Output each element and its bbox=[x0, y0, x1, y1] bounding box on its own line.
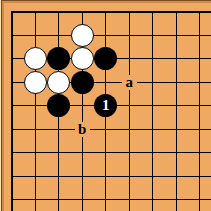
annotation-b: b bbox=[75, 122, 90, 137]
intersection-c6r1 bbox=[118, 0, 142, 24]
intersection-c2r3 bbox=[24, 47, 48, 71]
intersection-c8r7 bbox=[165, 141, 189, 165]
black-stone bbox=[94, 47, 117, 70]
intersection-c5r1 bbox=[94, 0, 118, 24]
intersection-c9r9 bbox=[188, 188, 211, 211]
intersection-c5r2 bbox=[94, 24, 118, 48]
black-stone bbox=[47, 47, 70, 70]
intersection-c3r2 bbox=[47, 24, 71, 48]
intersection-c6r6 bbox=[118, 118, 142, 142]
intersection-c7r4 bbox=[141, 71, 165, 95]
intersection-c8r5 bbox=[165, 94, 189, 118]
intersection-c8r2 bbox=[165, 24, 189, 48]
intersection-c6r8 bbox=[118, 165, 142, 189]
intersection-c5r3 bbox=[94, 47, 118, 71]
black-stone bbox=[47, 94, 70, 117]
intersection-c2r9 bbox=[24, 188, 48, 211]
intersection-c7r7 bbox=[141, 141, 165, 165]
intersection-c5r9 bbox=[94, 188, 118, 211]
intersection-c4r5 bbox=[71, 94, 95, 118]
move-number-label: 1 bbox=[102, 98, 110, 113]
intersection-c9r4 bbox=[188, 71, 211, 95]
intersection-c8r4 bbox=[165, 71, 189, 95]
white-stone bbox=[24, 71, 47, 94]
board-frame-top-mid bbox=[0, 1, 211, 3]
intersection-c2r8 bbox=[24, 165, 48, 189]
intersection-c3r6 bbox=[47, 118, 71, 142]
intersection-c4r1 bbox=[71, 0, 95, 24]
black-stone bbox=[71, 71, 94, 94]
intersection-c7r2 bbox=[141, 24, 165, 48]
intersection-c5r6 bbox=[94, 118, 118, 142]
intersection-c8r6 bbox=[165, 118, 189, 142]
intersection-c7r6 bbox=[141, 118, 165, 142]
intersection-c6r3 bbox=[118, 47, 142, 71]
intersection-c4r8 bbox=[71, 165, 95, 189]
intersection-c4r2 bbox=[71, 24, 95, 48]
intersection-c9r1 bbox=[188, 0, 211, 24]
intersection-c3r1 bbox=[47, 0, 71, 24]
intersection-c5r8 bbox=[94, 165, 118, 189]
intersection-c4r9 bbox=[71, 188, 95, 211]
intersection-c3r3 bbox=[47, 47, 71, 71]
board-frame-left-mid bbox=[2, 1, 4, 211]
intersection-c3r8 bbox=[47, 165, 71, 189]
intersection-c2r4 bbox=[24, 71, 48, 95]
go-corner-diagram: a1b bbox=[0, 0, 211, 211]
intersection-c2r7 bbox=[24, 141, 48, 165]
intersection-c9r8 bbox=[188, 165, 211, 189]
intersection-c7r5 bbox=[141, 94, 165, 118]
intersection-c3r9 bbox=[47, 188, 71, 211]
white-stone bbox=[24, 47, 47, 70]
intersection-c2r1 bbox=[24, 0, 48, 24]
intersection-c8r9 bbox=[165, 188, 189, 211]
intersection-c6r9 bbox=[118, 188, 142, 211]
intersection-c6r2 bbox=[118, 24, 142, 48]
intersection-c7r1 bbox=[141, 0, 165, 24]
intersection-c6r5 bbox=[118, 94, 142, 118]
intersection-c9r3 bbox=[188, 47, 211, 71]
intersection-c7r9 bbox=[141, 188, 165, 211]
intersection-c3r5 bbox=[47, 94, 71, 118]
white-stone bbox=[71, 47, 94, 70]
intersection-c2r2 bbox=[24, 24, 48, 48]
intersection-c3r4 bbox=[47, 71, 71, 95]
go-board-grid: a1b bbox=[0, 0, 211, 211]
intersection-c5r5: 1 bbox=[94, 94, 118, 118]
black-stone-move-1: 1 bbox=[94, 94, 117, 117]
intersection-c4r4 bbox=[71, 71, 95, 95]
intersection-c3r7 bbox=[47, 141, 71, 165]
white-stone bbox=[71, 24, 94, 47]
intersection-c9r2 bbox=[188, 24, 211, 48]
intersection-c2r6 bbox=[24, 118, 48, 142]
intersection-c4r3 bbox=[71, 47, 95, 71]
intersection-c8r1 bbox=[165, 0, 189, 24]
intersection-c2r5 bbox=[24, 94, 48, 118]
intersection-c8r3 bbox=[165, 47, 189, 71]
intersection-c9r6 bbox=[188, 118, 211, 142]
annotation-a: a bbox=[122, 75, 137, 90]
intersection-c5r7 bbox=[94, 141, 118, 165]
white-stone bbox=[47, 71, 70, 94]
intersection-c7r8 bbox=[141, 165, 165, 189]
intersection-c4r7 bbox=[71, 141, 95, 165]
intersection-c6r4: a bbox=[118, 71, 142, 95]
intersection-c7r3 bbox=[141, 47, 165, 71]
intersection-c9r7 bbox=[188, 141, 211, 165]
intersection-c6r7 bbox=[118, 141, 142, 165]
intersection-c5r4 bbox=[94, 71, 118, 95]
intersection-c9r5 bbox=[188, 94, 211, 118]
intersection-c8r8 bbox=[165, 165, 189, 189]
intersection-c4r6: b bbox=[71, 118, 95, 142]
